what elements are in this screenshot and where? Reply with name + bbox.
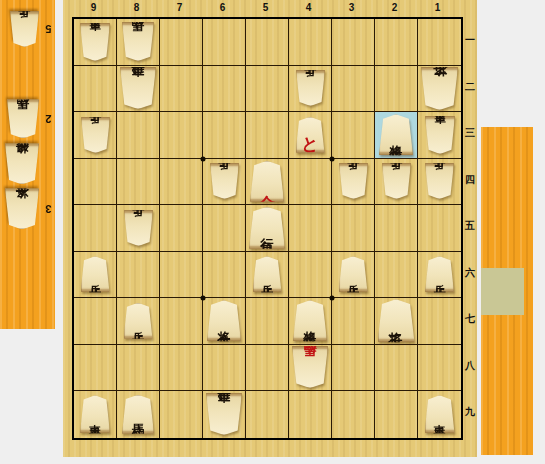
piece-sente-pawn[interactable]: 歩兵 (425, 256, 454, 292)
rank-label-9: 九 (463, 405, 477, 419)
square-18[interactable] (418, 345, 461, 392)
square-71[interactable] (160, 19, 203, 66)
hand-count: 5 (42, 23, 55, 35)
square-95[interactable] (74, 205, 117, 252)
square-93[interactable]: 歩兵 (74, 112, 117, 159)
piece-kanji: と (302, 125, 319, 144)
square-12[interactable]: 玉将 (418, 66, 461, 113)
hand-slot-gote-knight[interactable]: 2桂馬 (0, 97, 55, 141)
square-73[interactable] (160, 112, 203, 159)
square-23[interactable]: 銀将 (375, 112, 418, 159)
square-35[interactable] (332, 205, 375, 252)
square-66[interactable] (203, 252, 246, 299)
star-point (201, 296, 206, 301)
piece-gote-promoted-bishop[interactable]: 龍馬 (292, 346, 328, 388)
square-81[interactable]: 桂馬 (117, 19, 160, 66)
square-29[interactable] (375, 391, 418, 438)
piece-gote-rook[interactable]: 飛車 (120, 67, 156, 109)
square-38[interactable] (332, 345, 375, 392)
square-85[interactable]: 歩兵 (117, 205, 160, 252)
square-74[interactable] (160, 159, 203, 206)
square-33[interactable] (332, 112, 375, 159)
square-31[interactable] (332, 19, 375, 66)
square-99[interactable]: 香車 (74, 391, 117, 438)
square-26[interactable] (375, 252, 418, 299)
square-69[interactable]: 飛車 (203, 391, 246, 438)
square-88[interactable] (117, 345, 160, 392)
square-22[interactable] (375, 66, 418, 113)
square-25[interactable] (375, 205, 418, 252)
piece-sente-pawn[interactable]: 歩兵 (339, 256, 368, 292)
square-91[interactable]: 香車 (74, 19, 117, 66)
rank-label-7: 七 (463, 312, 477, 326)
square-43[interactable]: と (289, 112, 332, 159)
piece-gote-pawn[interactable]: 歩兵 (81, 117, 110, 153)
hand-slot-gote-silver[interactable]: 銀将 (0, 142, 55, 186)
piece-gote-pawn[interactable]: 歩兵 (425, 163, 454, 199)
piece-gote-pawn[interactable]: 歩兵 (124, 210, 153, 246)
square-96[interactable]: 歩兵 (74, 252, 117, 299)
square-32[interactable] (332, 66, 375, 113)
piece-gote-pawn[interactable]: 歩兵 (339, 163, 368, 199)
piece-gote-lance[interactable]: 香車 (80, 23, 110, 61)
piece-sente-silver[interactable]: 銀将 (379, 114, 413, 155)
piece-sente-pawn[interactable]: 歩兵 (81, 256, 110, 292)
square-34[interactable]: 歩兵 (332, 159, 375, 206)
piece-sente-pawn[interactable]: 歩兵 (253, 256, 282, 292)
file-label-9: 9 (72, 2, 115, 13)
square-14[interactable]: 歩兵 (418, 159, 461, 206)
square-65[interactable] (203, 205, 246, 252)
file-label-5: 5 (244, 2, 287, 13)
piece-gote-knight[interactable]: 桂馬 (7, 100, 39, 139)
piece-sente-tokin[interactable]: と (296, 117, 325, 153)
square-78[interactable] (160, 345, 203, 392)
file-label-3: 3 (330, 2, 373, 13)
square-15[interactable] (418, 205, 461, 252)
square-76[interactable] (160, 252, 203, 299)
square-57[interactable] (246, 298, 289, 345)
square-37[interactable] (332, 298, 375, 345)
square-36[interactable]: 歩兵 (332, 252, 375, 299)
square-86[interactable] (117, 252, 160, 299)
square-16[interactable]: 歩兵 (418, 252, 461, 299)
square-19[interactable]: 香車 (418, 391, 461, 438)
square-83[interactable] (117, 112, 160, 159)
file-label-1: 1 (416, 2, 459, 13)
square-42[interactable]: 歩兵 (289, 66, 332, 113)
piece-sente-lance[interactable]: 香車 (425, 395, 455, 433)
piece-gote-rook[interactable]: 飛車 (206, 393, 242, 435)
star-point (201, 156, 206, 161)
square-49[interactable] (289, 391, 332, 438)
square-11[interactable] (418, 19, 461, 66)
square-51[interactable] (246, 19, 289, 66)
hand-count: 3 (42, 203, 55, 215)
square-67[interactable]: 金将 (203, 298, 246, 345)
board-grid: 香車桂馬飛車歩兵玉将歩兵と銀将香車歩兵金歩兵歩兵歩兵歩兵角行歩兵歩兵歩兵歩兵歩兵… (72, 17, 463, 440)
hand-count: 2 (42, 113, 55, 125)
square-39[interactable] (332, 391, 375, 438)
piece-gote-lance[interactable]: 香車 (425, 116, 455, 154)
square-84[interactable] (117, 159, 160, 206)
square-92[interactable] (74, 66, 117, 113)
square-59[interactable] (246, 391, 289, 438)
square-48[interactable]: 龍馬 (289, 345, 332, 392)
square-55[interactable]: 角行 (246, 205, 289, 252)
piece-gote-knight[interactable]: 桂馬 (122, 22, 154, 61)
square-45[interactable] (289, 205, 332, 252)
square-63[interactable] (203, 112, 246, 159)
square-72[interactable] (160, 66, 203, 113)
star-point (330, 156, 335, 161)
square-97[interactable] (74, 298, 117, 345)
hand-slot-gote-gold[interactable]: 3金将 (0, 187, 55, 231)
hand-slot-gote-pawn[interactable]: 5歩兵 (0, 7, 55, 51)
rank-label-2: 二 (463, 80, 477, 94)
piece-sente-king[interactable]: 玉将 (378, 299, 415, 342)
file-label-2: 2 (373, 2, 416, 13)
piece-gote-king[interactable]: 玉将 (421, 67, 458, 110)
piece-sente-promoted-silver[interactable]: 金 (250, 161, 284, 202)
square-46[interactable] (289, 252, 332, 299)
file-label-6: 6 (201, 2, 244, 13)
file-label-8: 8 (115, 2, 158, 13)
piece-sente-gold[interactable]: 金将 (207, 300, 241, 341)
rank-label-8: 八 (463, 359, 477, 373)
piece-gote-pawn[interactable]: 歩兵 (296, 70, 325, 106)
square-17[interactable] (418, 298, 461, 345)
rank-label-4: 四 (463, 173, 477, 187)
file-label-4: 4 (287, 2, 330, 13)
piece-gote-pawn[interactable]: 歩兵 (210, 163, 239, 199)
piece-gote-silver[interactable]: 銀将 (5, 144, 39, 185)
square-64[interactable]: 歩兵 (203, 159, 246, 206)
shogi-board: 987654321 香車桂馬飛車歩兵玉将歩兵と銀将香車歩兵金歩兵歩兵歩兵歩兵角行… (63, 0, 477, 457)
square-77[interactable] (160, 298, 203, 345)
square-82[interactable]: 飛車 (117, 66, 160, 113)
piece-sente-lance[interactable]: 香車 (80, 395, 110, 433)
rank-label-5: 五 (463, 219, 477, 233)
sente-hand-stand (481, 127, 533, 455)
rank-label-6: 六 (463, 266, 477, 280)
star-point (330, 296, 335, 301)
square-98[interactable] (74, 345, 117, 392)
square-94[interactable] (74, 159, 117, 206)
square-53[interactable] (246, 112, 289, 159)
square-41[interactable] (289, 19, 332, 66)
piece-sente-bishop[interactable]: 角行 (249, 207, 285, 249)
piece-gote-gold[interactable]: 金将 (5, 189, 39, 230)
square-62[interactable] (203, 66, 246, 113)
square-68[interactable] (203, 345, 246, 392)
gote-hand-stand: 5歩兵2桂馬銀将3金将 (0, 0, 55, 329)
square-87[interactable]: 歩兵 (117, 298, 160, 345)
piece-gote-pawn[interactable]: 歩兵 (382, 163, 411, 199)
rank-label-1: 一 (463, 33, 477, 47)
square-79[interactable] (160, 391, 203, 438)
square-52[interactable] (246, 66, 289, 113)
file-label-7: 7 (158, 2, 201, 13)
square-13[interactable]: 香車 (418, 112, 461, 159)
square-21[interactable] (375, 19, 418, 66)
piece-gote-pawn[interactable]: 歩兵 (10, 11, 39, 47)
square-89[interactable]: 桂馬 (117, 391, 160, 438)
square-58[interactable] (246, 345, 289, 392)
piece-sente-silver[interactable]: 銀将 (293, 300, 327, 341)
square-27[interactable]: 玉将 (375, 298, 418, 345)
square-24[interactable]: 歩兵 (375, 159, 418, 206)
piece-sente-pawn[interactable]: 歩兵 (124, 303, 153, 339)
square-56[interactable]: 歩兵 (246, 252, 289, 299)
square-75[interactable] (160, 205, 203, 252)
square-44[interactable] (289, 159, 332, 206)
square-54[interactable]: 金 (246, 159, 289, 206)
square-47[interactable]: 銀将 (289, 298, 332, 345)
square-61[interactable] (203, 19, 246, 66)
hand-slot-highlight[interactable] (481, 268, 524, 315)
piece-sente-knight[interactable]: 桂馬 (122, 395, 154, 434)
shogi-app: 5歩兵2桂馬銀将3金将 987654321 香車桂馬飛車歩兵玉将歩兵と銀将香車歩… (0, 0, 545, 464)
rank-label-3: 三 (463, 126, 477, 140)
square-28[interactable] (375, 345, 418, 392)
